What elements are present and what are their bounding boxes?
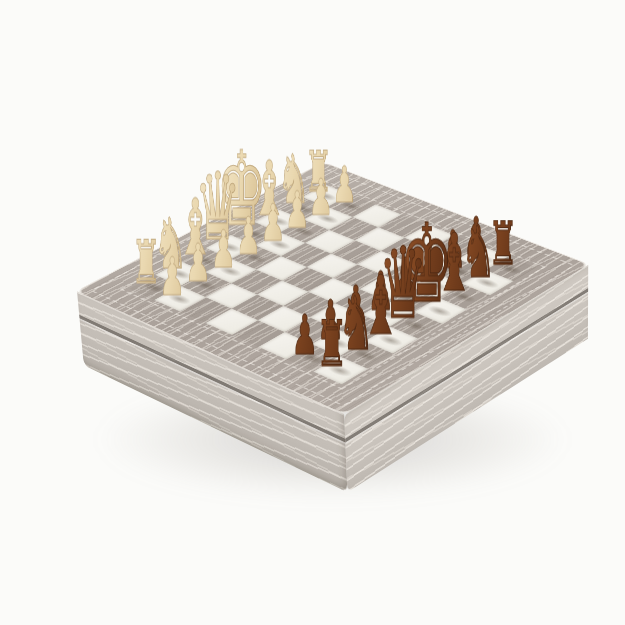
square-a8[interactable]: ♜	[314, 356, 368, 384]
chess-storage-box: ♜♟♟♜♞♟♟♞♝♟♟♝♚♟♟♚♛♟♟♛♝♟♟♝♞♟♟♞♜♟♟♜	[77, 163, 588, 414]
black-rook-glyph: ♜	[291, 312, 373, 376]
white-pawn-glyph: ♟	[133, 250, 211, 303]
product-photo-scene: ♜♟♟♜♞♟♟♞♝♟♟♝♚♟♟♚♛♟♟♛♝♟♟♝♞♟♟♞♜♟♟♜	[0, 0, 625, 625]
square-a2[interactable]: ♟	[154, 286, 205, 311]
